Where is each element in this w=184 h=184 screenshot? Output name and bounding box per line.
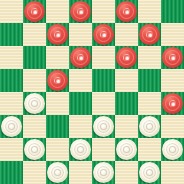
square-r6c3[interactable] [69,138,92,161]
red-checker[interactable] [93,24,114,45]
square-r2c7[interactable] [161,46,184,69]
white-checker[interactable] [162,139,183,160]
square-r1c5[interactable] [115,23,138,46]
red-checker[interactable] [162,47,183,68]
square-r7c2[interactable] [46,161,69,184]
square-r6c0[interactable] [0,138,23,161]
red-checker[interactable] [139,24,160,45]
square-r2c4[interactable] [92,46,115,69]
square-r7c1[interactable] [23,161,46,184]
red-checker[interactable] [70,47,91,68]
white-checker[interactable] [93,116,114,137]
square-r6c2[interactable] [46,138,69,161]
square-r5c2[interactable] [46,115,69,138]
square-r5c1[interactable] [23,115,46,138]
square-r1c7[interactable] [161,23,184,46]
red-checker[interactable] [116,1,137,22]
red-checker[interactable] [70,1,91,22]
square-r0c5[interactable] [115,0,138,23]
square-r7c3[interactable] [69,161,92,184]
square-r7c0[interactable] [0,161,23,184]
square-r2c3[interactable] [69,46,92,69]
square-r0c3[interactable] [69,0,92,23]
square-r4c0[interactable] [0,92,23,115]
square-r4c3[interactable] [69,92,92,115]
square-r4c2[interactable] [46,92,69,115]
square-r2c2[interactable] [46,46,69,69]
square-r4c1[interactable] [23,92,46,115]
square-r7c7[interactable] [161,161,184,184]
square-r0c7[interactable] [161,0,184,23]
square-r0c6[interactable] [138,0,161,23]
square-r1c1[interactable] [23,23,46,46]
square-r3c5[interactable] [115,69,138,92]
square-r6c6[interactable] [138,138,161,161]
square-r3c2[interactable] [46,69,69,92]
square-r0c0[interactable] [0,0,23,23]
red-checker[interactable] [24,1,45,22]
square-r4c6[interactable] [138,92,161,115]
white-checker[interactable] [24,139,45,160]
square-r7c5[interactable] [115,161,138,184]
white-checker[interactable] [1,116,22,137]
square-r3c1[interactable] [23,69,46,92]
square-r1c6[interactable] [138,23,161,46]
white-checker[interactable] [116,139,137,160]
square-r6c1[interactable] [23,138,46,161]
square-r1c3[interactable] [69,23,92,46]
square-r4c4[interactable] [92,92,115,115]
square-r3c7[interactable] [161,69,184,92]
square-r7c4[interactable] [92,161,115,184]
red-checker[interactable] [47,70,68,91]
red-checker[interactable] [116,47,137,68]
square-r6c5[interactable] [115,138,138,161]
white-checker[interactable] [93,162,114,183]
square-r6c4[interactable] [92,138,115,161]
white-checker[interactable] [47,162,68,183]
square-r1c4[interactable] [92,23,115,46]
square-r7c6[interactable] [138,161,161,184]
square-r3c0[interactable] [0,69,23,92]
red-checker[interactable] [162,93,183,114]
square-r5c5[interactable] [115,115,138,138]
square-r4c5[interactable] [115,92,138,115]
white-checker[interactable] [70,139,91,160]
square-r2c0[interactable] [0,46,23,69]
square-r5c0[interactable] [0,115,23,138]
square-r3c4[interactable] [92,69,115,92]
square-r2c1[interactable] [23,46,46,69]
square-r2c6[interactable] [138,46,161,69]
white-checker[interactable] [24,93,45,114]
square-r5c3[interactable] [69,115,92,138]
square-r0c1[interactable] [23,0,46,23]
square-r6c7[interactable] [161,138,184,161]
white-checker[interactable] [139,162,160,183]
square-r1c0[interactable] [0,23,23,46]
checkers-board [0,0,184,184]
square-r3c6[interactable] [138,69,161,92]
red-checker[interactable] [47,24,68,45]
square-r3c3[interactable] [69,69,92,92]
square-r5c4[interactable] [92,115,115,138]
square-r5c7[interactable] [161,115,184,138]
square-r0c4[interactable] [92,0,115,23]
white-checker[interactable] [139,116,160,137]
square-r0c2[interactable] [46,0,69,23]
square-r5c6[interactable] [138,115,161,138]
square-r1c2[interactable] [46,23,69,46]
square-r2c5[interactable] [115,46,138,69]
square-r4c7[interactable] [161,92,184,115]
